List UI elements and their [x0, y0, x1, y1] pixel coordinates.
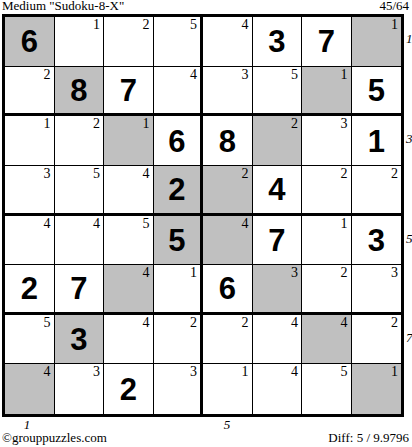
cell-r4c7[interactable]: 2	[302, 166, 352, 216]
cell-r8c1[interactable]: 4	[5, 364, 55, 414]
cell-r3c3[interactable]: 1	[104, 116, 154, 166]
pencil-mark: 2	[391, 166, 398, 181]
pencil-mark: 5	[93, 166, 100, 181]
pencil-mark: 4	[190, 67, 197, 82]
cell-r5c3[interactable]: 5	[104, 216, 154, 266]
cell-r8c8[interactable]: 1	[352, 364, 402, 414]
cell-value: 8	[219, 126, 236, 157]
cell-r4c8[interactable]: 2	[352, 166, 402, 216]
cell-r8c4[interactable]: 3	[154, 364, 204, 414]
pencil-mark: 4	[143, 315, 150, 330]
cell-r4c1[interactable]: 3	[5, 166, 55, 216]
pencil-mark: 4	[341, 315, 348, 330]
pencil-mark: 4	[143, 166, 150, 181]
cell-r1c7[interactable]: 7	[302, 17, 352, 67]
pencil-mark: 4	[44, 216, 51, 231]
cell-r5c5[interactable]: 4	[203, 216, 253, 266]
cell-value: 6	[21, 26, 38, 57]
cell-r2c4[interactable]: 4	[154, 67, 204, 117]
pencil-mark: 3	[341, 116, 348, 131]
pencil-mark: 1	[190, 265, 197, 280]
row-label-5: 5	[406, 232, 412, 246]
row-label-3: 3	[406, 132, 412, 146]
pencil-mark: 5	[190, 17, 197, 32]
cell-r3c2[interactable]: 2	[55, 116, 105, 166]
pencil-mark: 1	[391, 364, 398, 379]
pencil-mark: 3	[93, 364, 100, 379]
cell-r5c4[interactable]: 5	[154, 216, 204, 266]
pencil-mark: 2	[242, 315, 249, 330]
cell-r4c4[interactable]: 2	[154, 166, 204, 216]
pencil-mark: 4	[143, 265, 150, 280]
difficulty-text: Diff: 5 / 9.9796	[328, 431, 409, 445]
pencil-mark: 3	[44, 166, 51, 181]
pencil-mark: 2	[341, 166, 348, 181]
cell-r2c1[interactable]: 2	[5, 67, 55, 117]
pencil-mark: 1	[341, 216, 348, 231]
cell-r1c2[interactable]: 1	[55, 17, 105, 67]
cell-r5c2[interactable]: 4	[55, 216, 105, 266]
cell-r6c4[interactable]: 1	[154, 265, 204, 315]
cell-r7c1[interactable]: 5	[5, 315, 55, 365]
pencil-mark: 1	[93, 17, 100, 32]
pencil-mark: 2	[341, 265, 348, 280]
pencil-mark: 2	[44, 67, 51, 82]
col-label-5: 5	[217, 418, 237, 432]
cell-r1c4[interactable]: 5	[154, 17, 204, 67]
cell-r7c4[interactable]: 2	[154, 315, 204, 365]
cell-r2c7[interactable]: 1	[302, 67, 352, 117]
cell-r5c7[interactable]: 1	[302, 216, 352, 266]
cell-r6c7[interactable]: 2	[302, 265, 352, 315]
cell-r8c7[interactable]: 5	[302, 364, 352, 414]
cell-r8c6[interactable]: 4	[253, 364, 303, 414]
cell-r7c3[interactable]: 4	[104, 315, 154, 365]
cell-value: 3	[368, 225, 385, 256]
pencil-mark: 4	[291, 315, 298, 330]
cell-r4c5[interactable]: 2	[203, 166, 253, 216]
cell-value: 5	[168, 225, 185, 256]
cell-r6c1[interactable]: 2	[5, 265, 55, 315]
cell-value: 7	[268, 225, 285, 256]
cell-value: 7	[120, 75, 137, 106]
cell-r6c5[interactable]: 6	[203, 265, 253, 315]
cell-r5c1[interactable]: 4	[5, 216, 55, 266]
cell-r2c5[interactable]: 3	[203, 67, 253, 117]
cell-value: 1	[368, 126, 385, 157]
pencil-mark: 1	[391, 17, 398, 32]
cell-value: 2	[21, 273, 38, 304]
cell-r7c2[interactable]: 3	[55, 315, 105, 365]
cell-r6c6[interactable]: 3	[253, 265, 303, 315]
pencil-mark: 4	[291, 364, 298, 379]
puzzle-title: Medium "Sudoku-8-X"	[2, 0, 124, 13]
pencil-mark: 3	[190, 364, 197, 379]
cell-r6c3[interactable]: 4	[104, 265, 154, 315]
cell-r6c2[interactable]: 7	[55, 265, 105, 315]
cell-r6c8[interactable]: 3	[352, 265, 402, 315]
pencil-mark: 2	[391, 315, 398, 330]
cell-r7c7[interactable]: 4	[302, 315, 352, 365]
cell-r2c6[interactable]: 5	[253, 67, 303, 117]
cell-value: 4	[268, 174, 285, 205]
pencil-mark: 5	[44, 315, 51, 330]
cell-value: 6	[168, 126, 185, 157]
cell-r1c1[interactable]: 6	[5, 17, 55, 67]
sudoku-page: Medium "Sudoku-8-X" 45/64 61254371287435…	[0, 0, 412, 447]
cell-r7c6[interactable]: 4	[253, 315, 303, 365]
cell-r1c3[interactable]: 2	[104, 17, 154, 67]
cell-r5c6[interactable]: 7	[253, 216, 303, 266]
pencil-mark: 2	[93, 116, 100, 131]
cell-value: 6	[219, 273, 236, 304]
cell-r1c5[interactable]: 4	[203, 17, 253, 67]
cell-value: 3	[70, 324, 87, 355]
pencil-mark: 5	[291, 67, 298, 82]
pencil-mark: 2	[190, 315, 197, 330]
cell-r3c7[interactable]: 3	[302, 116, 352, 166]
cell-value: 7	[318, 26, 335, 57]
pencil-mark: 3	[391, 265, 398, 280]
cell-r2c3[interactable]: 7	[104, 67, 154, 117]
row-label-7: 7	[406, 331, 412, 345]
pencil-mark: 2	[242, 166, 249, 181]
pencil-mark: 1	[341, 67, 348, 82]
copyright-text: ©grouppuzzles.com	[2, 431, 107, 445]
cell-r1c6[interactable]: 3	[253, 17, 303, 67]
cell-r2c2[interactable]: 8	[55, 67, 105, 117]
cell-r3c4[interactable]: 6	[154, 116, 204, 166]
cell-r3c1[interactable]: 1	[5, 116, 55, 166]
pencil-mark: 5	[143, 216, 150, 231]
cell-r8c2[interactable]: 3	[55, 364, 105, 414]
cell-value: 2	[120, 374, 137, 405]
cell-r7c8[interactable]: 2	[352, 315, 402, 365]
pencil-mark: 1	[242, 364, 249, 379]
pencil-mark: 4	[242, 17, 249, 32]
cell-value: 5	[368, 75, 385, 106]
pencil-mark: 1	[143, 116, 150, 131]
cell-r8c3[interactable]: 2	[104, 364, 154, 414]
pencil-mark: 4	[93, 216, 100, 231]
cell-value: 3	[268, 26, 285, 57]
cell-r4c6[interactable]: 4	[253, 166, 303, 216]
cell-r3c8[interactable]: 1	[352, 116, 402, 166]
puzzle-counter: 45/64	[379, 0, 409, 13]
pencil-mark: 2	[143, 17, 150, 32]
pencil-mark: 3	[291, 265, 298, 280]
pencil-mark: 3	[242, 67, 249, 82]
cell-r7c5[interactable]: 2	[203, 315, 253, 365]
cell-r3c5[interactable]: 8	[203, 116, 253, 166]
cell-r8c5[interactable]: 1	[203, 364, 253, 414]
pencil-mark: 2	[291, 116, 298, 131]
row-label-1: 1	[406, 32, 412, 46]
pencil-mark: 5	[341, 364, 348, 379]
cell-value: 2	[168, 174, 185, 205]
cell-r2c8[interactable]: 5	[352, 67, 402, 117]
cell-r4c2[interactable]: 5	[55, 166, 105, 216]
cell-value: 7	[70, 273, 87, 304]
pencil-mark: 4	[44, 364, 51, 379]
cell-r3c6[interactable]: 2	[253, 116, 303, 166]
cell-r5c8[interactable]: 3	[352, 216, 402, 266]
cell-r4c3[interactable]: 4	[104, 166, 154, 216]
pencil-mark: 4	[242, 216, 249, 231]
cell-value: 8	[70, 75, 87, 106]
pencil-mark: 1	[44, 116, 51, 131]
sudoku-board: 6125437128743515121682313542242244554713…	[2, 14, 404, 417]
cell-r1c8[interactable]: 1	[352, 17, 402, 67]
